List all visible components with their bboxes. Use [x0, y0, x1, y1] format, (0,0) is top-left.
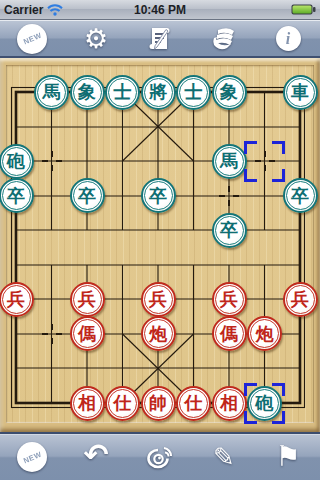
black-piece-將[interactable]: 將: [141, 75, 176, 110]
black-piece-象[interactable]: 象: [212, 75, 247, 110]
black-piece-卒[interactable]: 卒: [212, 213, 247, 248]
new-game-button[interactable]: NEW: [6, 21, 58, 57]
weibo-share-button[interactable]: [134, 439, 186, 475]
gear-icon: ⚙: [84, 25, 108, 52]
flag-icon: ⚑: [275, 443, 300, 471]
xiangqi-board[interactable]: 馬象士將士象車砲馬卒卒卒卒卒砲兵兵兵兵兵傌炮傌炮相仕帥仕相: [0, 58, 320, 432]
black-piece-士[interactable]: 士: [105, 75, 140, 110]
red-piece-傌[interactable]: 傌: [70, 316, 105, 351]
scroll-pencil-icon: [145, 24, 175, 54]
undo-button[interactable]: ↶: [70, 439, 122, 475]
clock: 10:46 PM: [0, 3, 320, 17]
weibo-icon: [144, 442, 176, 472]
red-piece-帥[interactable]: 帥: [141, 386, 176, 421]
black-piece-馬[interactable]: 馬: [34, 75, 69, 110]
hint-book-button[interactable]: [198, 21, 250, 57]
pencil-icon: ✎: [213, 444, 235, 470]
black-piece-砲[interactable]: 砲: [247, 386, 282, 421]
black-piece-象[interactable]: 象: [70, 75, 105, 110]
black-piece-馬[interactable]: 馬: [212, 144, 247, 179]
board-grid: [0, 58, 320, 432]
hand-pages-icon: [209, 24, 239, 54]
black-piece-卒[interactable]: 卒: [283, 178, 318, 213]
red-piece-兵[interactable]: 兵: [212, 282, 247, 317]
flag-button[interactable]: ⚑: [262, 439, 314, 475]
top-toolbar: NEW ⚙ i: [0, 20, 320, 58]
red-piece-兵[interactable]: 兵: [0, 282, 34, 317]
new-seal-icon: NEW: [17, 442, 47, 472]
black-piece-砲[interactable]: 砲: [0, 144, 34, 179]
red-piece-相[interactable]: 相: [212, 386, 247, 421]
undo-arrow-icon: ↶: [83, 440, 108, 470]
black-piece-士[interactable]: 士: [176, 75, 211, 110]
settings-button[interactable]: ⚙: [70, 21, 122, 57]
black-piece-卒[interactable]: 卒: [70, 178, 105, 213]
new-badge-button[interactable]: NEW: [6, 439, 58, 475]
red-piece-炮[interactable]: 炮: [141, 316, 176, 351]
status-bar: Carrier 10:46 PM: [0, 0, 320, 20]
info-button[interactable]: i: [262, 21, 314, 57]
red-piece-仕[interactable]: 仕: [105, 386, 140, 421]
red-piece-相[interactable]: 相: [70, 386, 105, 421]
black-piece-卒[interactable]: 卒: [0, 178, 34, 213]
red-piece-兵[interactable]: 兵: [70, 282, 105, 317]
red-piece-兵[interactable]: 兵: [141, 282, 176, 317]
new-seal-icon: NEW: [17, 24, 47, 54]
info-icon: i: [276, 26, 301, 51]
red-piece-仕[interactable]: 仕: [176, 386, 211, 421]
bottom-toolbar: NEW ↶ ✎ ⚑: [0, 432, 320, 480]
app-screen: Carrier 10:46 PM NEW: [0, 0, 320, 480]
black-piece-車[interactable]: 車: [283, 75, 318, 110]
red-piece-傌[interactable]: 傌: [212, 316, 247, 351]
edit-button[interactable]: ✎: [198, 439, 250, 475]
red-piece-兵[interactable]: 兵: [283, 282, 318, 317]
black-piece-卒[interactable]: 卒: [141, 178, 176, 213]
game-record-button[interactable]: [134, 21, 186, 57]
